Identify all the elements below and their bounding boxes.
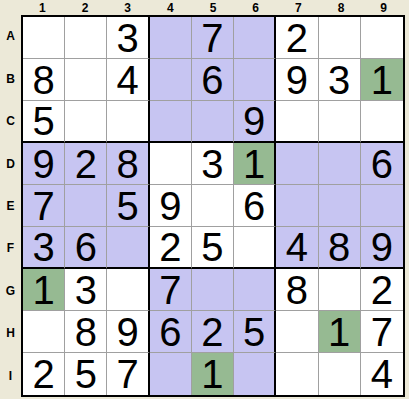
row-label-C: C [0,100,21,142]
cell-E7[interactable] [276,185,318,227]
cell-F9[interactable]: 9 [361,227,403,269]
cell-A6[interactable] [234,17,276,59]
cell-G5[interactable] [192,269,234,311]
cell-I3[interactable]: 7 [107,353,149,395]
cell-B2[interactable] [65,59,107,101]
col-label-4: 4 [149,0,192,15]
col-label-7: 7 [277,0,320,15]
sudoku-grid: 3728469315992831675963625489137828962517… [21,15,405,397]
col-label-2: 2 [64,0,107,15]
cell-I2[interactable]: 5 [65,353,107,395]
cell-E4[interactable]: 9 [150,185,192,227]
cell-F4[interactable]: 2 [150,227,192,269]
cell-F2[interactable]: 6 [65,227,107,269]
cell-F7[interactable]: 4 [276,227,318,269]
cell-G2[interactable]: 3 [65,269,107,311]
row-label-I: I [0,355,21,397]
sudoku-app: 1 2 3 4 5 6 7 8 9 A B C D E F G H I 3728… [0,0,409,399]
cell-A8[interactable] [319,17,361,59]
cell-D4[interactable] [150,143,192,185]
cell-H6[interactable]: 5 [234,311,276,353]
cell-G4[interactable]: 7 [150,269,192,311]
cell-G3[interactable] [107,269,149,311]
cell-B7[interactable]: 9 [276,59,318,101]
cell-F1[interactable]: 3 [23,227,65,269]
row-label-H: H [0,312,21,354]
cell-D6[interactable]: 1 [234,143,276,185]
col-label-9: 9 [362,0,405,15]
cell-B6[interactable] [234,59,276,101]
cell-B9[interactable]: 1 [361,59,403,101]
cell-B5[interactable]: 6 [192,59,234,101]
row-label-E: E [0,185,21,227]
col-label-1: 1 [21,0,64,15]
cell-C9[interactable] [361,101,403,143]
cell-C8[interactable] [319,101,361,143]
cell-B3[interactable]: 4 [107,59,149,101]
cell-H1[interactable] [23,311,65,353]
cell-I1[interactable]: 2 [23,353,65,395]
cell-E9[interactable] [361,185,403,227]
cell-D7[interactable] [276,143,318,185]
cell-F8[interactable]: 8 [319,227,361,269]
cell-F3[interactable] [107,227,149,269]
cell-B4[interactable] [150,59,192,101]
cell-G6[interactable] [234,269,276,311]
col-label-8: 8 [320,0,363,15]
cell-C6[interactable]: 9 [234,101,276,143]
cell-D3[interactable]: 8 [107,143,149,185]
cell-C3[interactable] [107,101,149,143]
cell-E8[interactable] [319,185,361,227]
cell-E5[interactable] [192,185,234,227]
cell-A7[interactable]: 2 [276,17,318,59]
cell-C4[interactable] [150,101,192,143]
cell-G1[interactable]: 1 [23,269,65,311]
row-label-G: G [0,270,21,312]
cell-C7[interactable] [276,101,318,143]
column-labels: 1 2 3 4 5 6 7 8 9 [21,0,405,15]
cell-E1[interactable]: 7 [23,185,65,227]
cell-A1[interactable] [23,17,65,59]
cell-I4[interactable] [150,353,192,395]
row-label-B: B [0,57,21,99]
row-label-A: A [0,15,21,57]
cell-A2[interactable] [65,17,107,59]
cell-A3[interactable]: 3 [107,17,149,59]
cell-D9[interactable]: 6 [361,143,403,185]
cell-A4[interactable] [150,17,192,59]
cell-H8[interactable]: 1 [319,311,361,353]
cell-I6[interactable] [234,353,276,395]
cell-G9[interactable]: 2 [361,269,403,311]
cell-A9[interactable] [361,17,403,59]
cell-D1[interactable]: 9 [23,143,65,185]
cell-I8[interactable] [319,353,361,395]
col-label-6: 6 [234,0,277,15]
row-label-F: F [0,227,21,269]
cell-C5[interactable] [192,101,234,143]
cell-H9[interactable]: 7 [361,311,403,353]
cell-F5[interactable]: 5 [192,227,234,269]
cell-H5[interactable]: 2 [192,311,234,353]
col-label-5: 5 [192,0,235,15]
cell-D8[interactable] [319,143,361,185]
cell-H4[interactable]: 6 [150,311,192,353]
cell-B1[interactable]: 8 [23,59,65,101]
cell-G8[interactable] [319,269,361,311]
cell-E2[interactable] [65,185,107,227]
cell-C1[interactable]: 5 [23,101,65,143]
cell-I5[interactable]: 1 [192,353,234,395]
cell-E6[interactable]: 6 [234,185,276,227]
cell-E3[interactable]: 5 [107,185,149,227]
cell-D5[interactable]: 3 [192,143,234,185]
cell-H2[interactable]: 8 [65,311,107,353]
cell-A5[interactable]: 7 [192,17,234,59]
cell-F6[interactable] [234,227,276,269]
cell-C2[interactable] [65,101,107,143]
cell-G7[interactable]: 8 [276,269,318,311]
row-label-D: D [0,142,21,184]
cell-I9[interactable]: 4 [361,353,403,395]
col-label-3: 3 [106,0,149,15]
cell-I7[interactable] [276,353,318,395]
row-labels: A B C D E F G H I [0,15,21,397]
cell-H7[interactable] [276,311,318,353]
cell-H3[interactable]: 9 [107,311,149,353]
cell-B8[interactable]: 3 [319,59,361,101]
cell-D2[interactable]: 2 [65,143,107,185]
